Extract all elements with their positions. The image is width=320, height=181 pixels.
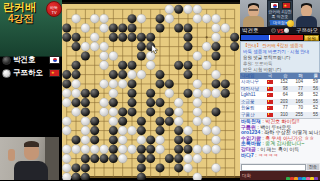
smiley-emoji-icon <box>287 20 294 27</box>
player-name-bar: 박건호 VS 구쯔하오 <box>240 27 320 34</box>
white-player-photo <box>293 0 320 27</box>
chat-area[interactable]: 바둑천재 : 박건호 화이팅!! 구름위 : 백이 두터운듯 oro1234 :… <box>240 118 320 164</box>
korea-flag-icon <box>270 2 279 9</box>
emoji-bar-label: 대화 <box>242 173 285 178</box>
rank-table: 닉네임 국 승 패 률 사과나무 152 104 59 대마사냥 98 77 5… <box>240 73 320 118</box>
name-bar-white: 구쯔하오 <box>289 27 320 34</box>
country-flag-icon <box>267 113 273 117</box>
commentator-hand <box>8 149 15 161</box>
go-board[interactable] <box>62 2 240 178</box>
emoji-icon[interactable] <box>314 177 318 181</box>
broadcaster-badge-icon: 바둑 TV <box>46 1 62 17</box>
chat-message: 바다7 : ㅋㅋㅋㅋ <box>240 153 320 159</box>
country-flag-icon <box>267 87 273 91</box>
country-flag-icon <box>267 106 273 110</box>
winrate-track <box>241 35 303 40</box>
player-row-white: 구쯔하오 <box>0 66 62 79</box>
vs-label: VS <box>276 28 285 34</box>
commentator-hair <box>24 141 39 147</box>
photo-body <box>296 16 317 27</box>
korea-flag-icon <box>49 56 60 64</box>
china-flag-icon <box>282 2 291 9</box>
winrate-blue-segment <box>241 35 270 40</box>
white-player-name: 구쯔하오 <box>13 68 47 78</box>
country-flag-icon <box>267 100 273 104</box>
photo-body <box>243 16 264 27</box>
badge-text-2: TV <box>47 10 61 15</box>
country-flag-icon <box>267 93 273 97</box>
commentator-body <box>14 161 48 180</box>
flags-row <box>268 1 292 9</box>
china-flag-icon <box>49 69 60 77</box>
winrate-bar: 응원 <box>240 34 320 41</box>
broadcast-window: 란커배 4강전 바둑 TV 박건호 구쯔하오 <box>0 0 320 180</box>
photo-glasses <box>249 9 258 11</box>
cheer-button[interactable]: 응원 <box>304 35 319 41</box>
right-panel: 란커배 4강전 흑 박건호 백 구쯔하오 대국정보 박건호 VS 구쯔하오 응원… <box>240 0 320 180</box>
tournament-panel: 란커배 4강전 바둑 TV 박건호 구쯔하오 <box>0 0 62 57</box>
name-bar-black: 박건호 <box>240 27 271 34</box>
emoji-palette[interactable] <box>286 167 318 181</box>
black-player-photo <box>240 0 267 27</box>
black-stone-icon <box>2 56 11 65</box>
commentator-video <box>0 137 59 180</box>
notice-box: 【안내】 란커배 4강전 생중계바둑 생중계 바로가기 · 시청 안내응원 댓글… <box>240 41 320 73</box>
white-stone-icon <box>2 69 11 78</box>
emoji-bar: 대화 <box>240 171 320 180</box>
black-player-name: 박건호 <box>13 55 47 65</box>
country-flag-icon <box>267 80 273 84</box>
player-row-black: 박건호 <box>0 53 62 66</box>
